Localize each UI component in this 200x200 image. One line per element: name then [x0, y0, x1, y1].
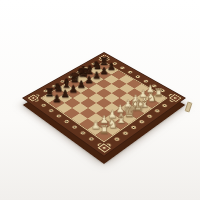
- corner-ornament-icon: [169, 94, 181, 102]
- square-c7: ♟: [66, 88, 81, 98]
- brass-clasp: [185, 101, 193, 112]
- product-photo-chess-set: ♜♞♝♛♚♝♞♜♟♟♟♟♟♟♟♟♟♟♟♟♟♟♟♟♜♞♝♛♚♝♞♜: [0, 0, 200, 200]
- square-f4: [112, 88, 127, 98]
- chess-board: ♜♞♝♛♚♝♞♜♟♟♟♟♟♟♟♟♟♟♟♟♟♟♟♟♜♞♝♛♚♝♞♜: [22, 52, 186, 157]
